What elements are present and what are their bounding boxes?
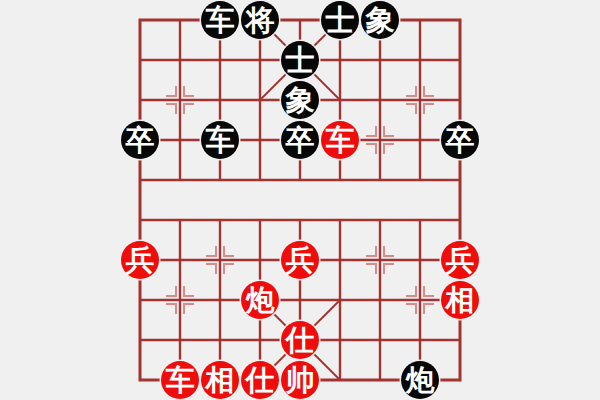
piece-red-soldier[interactable]: 兵 bbox=[441, 241, 479, 279]
cell-r0c3[interactable]: 将 bbox=[240, 0, 280, 40]
piece-red-elephant[interactable]: 相 bbox=[441, 281, 479, 319]
cell-r7c0[interactable] bbox=[120, 280, 160, 320]
cell-r1c1[interactable] bbox=[160, 40, 200, 80]
cell-r7c5[interactable] bbox=[320, 280, 360, 320]
cell-r2c4[interactable]: 象 bbox=[280, 80, 320, 120]
cell-r2c7[interactable] bbox=[400, 80, 440, 120]
cell-r5c6[interactable] bbox=[360, 200, 400, 240]
cell-r9c4[interactable]: 帅 bbox=[280, 360, 320, 400]
piece-black-chariot[interactable]: 车 bbox=[201, 121, 239, 159]
cell-r5c1[interactable] bbox=[160, 200, 200, 240]
cell-r3c6[interactable] bbox=[360, 120, 400, 160]
piece-red-soldier[interactable]: 兵 bbox=[281, 241, 319, 279]
piece-black-elephant[interactable]: 象 bbox=[361, 1, 399, 39]
cell-r7c6[interactable] bbox=[360, 280, 400, 320]
cell-r7c2[interactable] bbox=[200, 280, 240, 320]
cell-r3c4[interactable]: 卒 bbox=[280, 120, 320, 160]
cell-r0c4[interactable] bbox=[280, 0, 320, 40]
piece-black-chariot[interactable]: 车 bbox=[201, 1, 239, 39]
cell-r4c5[interactable] bbox=[320, 160, 360, 200]
cell-r1c5[interactable] bbox=[320, 40, 360, 80]
cell-r6c1[interactable] bbox=[160, 240, 200, 280]
cell-r8c2[interactable] bbox=[200, 320, 240, 360]
cell-r9c8[interactable] bbox=[440, 360, 480, 400]
cell-r5c0[interactable] bbox=[120, 200, 160, 240]
cell-r2c3[interactable] bbox=[240, 80, 280, 120]
cell-r3c7[interactable] bbox=[400, 120, 440, 160]
cell-r1c7[interactable] bbox=[400, 40, 440, 80]
cell-r3c8[interactable]: 卒 bbox=[440, 120, 480, 160]
cell-r4c4[interactable] bbox=[280, 160, 320, 200]
cell-r8c4[interactable]: 仕 bbox=[280, 320, 320, 360]
cell-r6c5[interactable] bbox=[320, 240, 360, 280]
cell-r4c2[interactable] bbox=[200, 160, 240, 200]
piece-black-cannon[interactable]: 炮 bbox=[401, 361, 439, 399]
cell-r4c3[interactable] bbox=[240, 160, 280, 200]
piece-red-elephant[interactable]: 相 bbox=[201, 361, 239, 399]
cell-r2c2[interactable] bbox=[200, 80, 240, 120]
cell-r6c0[interactable]: 兵 bbox=[120, 240, 160, 280]
cell-r1c0[interactable] bbox=[120, 40, 160, 80]
cell-r8c0[interactable] bbox=[120, 320, 160, 360]
cell-r3c1[interactable] bbox=[160, 120, 200, 160]
cell-r3c5[interactable]: 车 bbox=[320, 120, 360, 160]
cell-r6c8[interactable]: 兵 bbox=[440, 240, 480, 280]
piece-red-cannon[interactable]: 炮 bbox=[241, 281, 279, 319]
cell-r4c8[interactable] bbox=[440, 160, 480, 200]
cell-r9c6[interactable] bbox=[360, 360, 400, 400]
piece-black-soldier[interactable]: 卒 bbox=[441, 121, 479, 159]
cell-r8c8[interactable] bbox=[440, 320, 480, 360]
cell-r2c1[interactable] bbox=[160, 80, 200, 120]
cell-r8c6[interactable] bbox=[360, 320, 400, 360]
cell-r2c8[interactable] bbox=[440, 80, 480, 120]
piece-red-advisor[interactable]: 仕 bbox=[241, 361, 279, 399]
cell-r3c3[interactable] bbox=[240, 120, 280, 160]
cell-r1c2[interactable] bbox=[200, 40, 240, 80]
cell-r6c6[interactable] bbox=[360, 240, 400, 280]
cell-r7c3[interactable]: 炮 bbox=[240, 280, 280, 320]
cell-r0c8[interactable] bbox=[440, 0, 480, 40]
cell-r3c0[interactable]: 卒 bbox=[120, 120, 160, 160]
cell-r9c3[interactable]: 仕 bbox=[240, 360, 280, 400]
cell-r2c6[interactable] bbox=[360, 80, 400, 120]
cell-r1c3[interactable] bbox=[240, 40, 280, 80]
piece-black-advisor[interactable]: 士 bbox=[321, 1, 359, 39]
cell-r6c2[interactable] bbox=[200, 240, 240, 280]
cell-r4c6[interactable] bbox=[360, 160, 400, 200]
piece-black-soldier[interactable]: 卒 bbox=[121, 121, 159, 159]
cell-r7c7[interactable] bbox=[400, 280, 440, 320]
xiangqi-board: 车将士象士象卒车卒车卒兵兵兵炮相仕车相仕帅炮 bbox=[0, 0, 600, 400]
cell-r0c7[interactable] bbox=[400, 0, 440, 40]
cell-r6c4[interactable]: 兵 bbox=[280, 240, 320, 280]
cell-r1c6[interactable] bbox=[360, 40, 400, 80]
cell-r5c5[interactable] bbox=[320, 200, 360, 240]
cell-r7c4[interactable] bbox=[280, 280, 320, 320]
cell-r5c7[interactable] bbox=[400, 200, 440, 240]
cell-r2c0[interactable] bbox=[120, 80, 160, 120]
cell-r5c4[interactable] bbox=[280, 200, 320, 240]
cell-r6c3[interactable] bbox=[240, 240, 280, 280]
piece-red-chariot[interactable]: 车 bbox=[321, 121, 359, 159]
cell-r9c5[interactable] bbox=[320, 360, 360, 400]
piece-red-advisor[interactable]: 仕 bbox=[281, 321, 319, 359]
piece-red-soldier[interactable]: 兵 bbox=[121, 241, 159, 279]
cell-r0c0[interactable] bbox=[120, 0, 160, 40]
cell-r8c7[interactable] bbox=[400, 320, 440, 360]
cell-r5c2[interactable] bbox=[200, 200, 240, 240]
piece-black-soldier[interactable]: 卒 bbox=[281, 121, 319, 159]
piece-black-advisor[interactable]: 士 bbox=[281, 41, 319, 79]
cell-r3c2[interactable]: 车 bbox=[200, 120, 240, 160]
cell-r9c0[interactable] bbox=[120, 360, 160, 400]
piece-black-elephant[interactable]: 象 bbox=[281, 81, 319, 119]
cell-r1c4[interactable]: 士 bbox=[280, 40, 320, 80]
cell-r0c1[interactable] bbox=[160, 0, 200, 40]
cell-r4c1[interactable] bbox=[160, 160, 200, 200]
piece-red-chariot[interactable]: 车 bbox=[161, 361, 199, 399]
cell-r2c5[interactable] bbox=[320, 80, 360, 120]
cell-r8c5[interactable] bbox=[320, 320, 360, 360]
cell-r0c2[interactable]: 车 bbox=[200, 0, 240, 40]
cell-r8c1[interactable] bbox=[160, 320, 200, 360]
cell-r5c8[interactable] bbox=[440, 200, 480, 240]
cell-r7c8[interactable]: 相 bbox=[440, 280, 480, 320]
cell-r9c1[interactable]: 车 bbox=[160, 360, 200, 400]
cell-r8c3[interactable] bbox=[240, 320, 280, 360]
board-grid: 车将士象士象卒车卒车卒兵兵兵炮相仕车相仕帅炮 bbox=[120, 0, 480, 400]
cell-r4c0[interactable] bbox=[120, 160, 160, 200]
piece-red-general[interactable]: 帅 bbox=[281, 361, 319, 399]
cell-r4c7[interactable] bbox=[400, 160, 440, 200]
cell-r6c7[interactable] bbox=[400, 240, 440, 280]
cell-r0c6[interactable]: 象 bbox=[360, 0, 400, 40]
cell-r7c1[interactable] bbox=[160, 280, 200, 320]
cell-r9c7[interactable]: 炮 bbox=[400, 360, 440, 400]
cell-r5c3[interactable] bbox=[240, 200, 280, 240]
cell-r1c8[interactable] bbox=[440, 40, 480, 80]
cell-r0c5[interactable]: 士 bbox=[320, 0, 360, 40]
cell-r9c2[interactable]: 相 bbox=[200, 360, 240, 400]
piece-black-general[interactable]: 将 bbox=[241, 1, 279, 39]
